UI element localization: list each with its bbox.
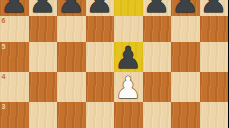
square-g7[interactable]: ♟ bbox=[171, 0, 200, 16]
square-f4[interactable] bbox=[143, 72, 172, 102]
black-pawn-icon[interactable]: ♟ bbox=[86, 0, 113, 16]
square-d3[interactable] bbox=[86, 102, 115, 128]
square-c7[interactable]: ♟ bbox=[57, 0, 86, 16]
square-a5[interactable]: 5 bbox=[0, 42, 29, 72]
square-e7[interactable] bbox=[114, 0, 143, 16]
square-g5[interactable] bbox=[171, 42, 200, 72]
square-f7[interactable]: ♟ bbox=[143, 0, 172, 16]
black-pawn-icon[interactable]: ♟ bbox=[115, 42, 142, 72]
square-b6[interactable] bbox=[29, 16, 58, 42]
square-f3[interactable] bbox=[143, 102, 172, 128]
square-b4[interactable] bbox=[29, 72, 58, 102]
square-h3[interactable] bbox=[200, 102, 229, 128]
rank-label-5: 5 bbox=[2, 43, 6, 50]
square-e3[interactable] bbox=[114, 102, 143, 128]
square-e4[interactable]: ♟ bbox=[114, 72, 143, 102]
square-c6[interactable] bbox=[57, 16, 86, 42]
square-b3[interactable] bbox=[29, 102, 58, 128]
square-d6[interactable] bbox=[86, 16, 115, 42]
square-c4[interactable] bbox=[57, 72, 86, 102]
square-d5[interactable] bbox=[86, 42, 115, 72]
square-f6[interactable] bbox=[143, 16, 172, 42]
square-h4[interactable] bbox=[200, 72, 229, 102]
rank-label-4: 4 bbox=[2, 73, 6, 80]
square-h6[interactable] bbox=[200, 16, 229, 42]
black-pawn-icon[interactable]: ♟ bbox=[58, 0, 85, 16]
black-pawn-icon[interactable]: ♟ bbox=[172, 0, 199, 16]
board-viewport: ♟♟♟♟♟♟♟65♟4♟3 bbox=[0, 0, 228, 128]
square-g3[interactable] bbox=[171, 102, 200, 128]
square-c3[interactable] bbox=[57, 102, 86, 128]
square-a7[interactable]: ♟ bbox=[0, 0, 29, 16]
square-a3[interactable]: 3 bbox=[0, 102, 29, 128]
black-pawn-icon[interactable]: ♟ bbox=[143, 0, 170, 16]
rank-label-3: 3 bbox=[2, 103, 6, 110]
square-h7[interactable]: ♟ bbox=[200, 0, 229, 16]
square-d7[interactable]: ♟ bbox=[86, 0, 115, 16]
square-b7[interactable]: ♟ bbox=[29, 0, 58, 16]
square-h5[interactable] bbox=[200, 42, 229, 72]
chess-board: ♟♟♟♟♟♟♟65♟4♟3 bbox=[0, 0, 228, 128]
square-g6[interactable] bbox=[171, 16, 200, 42]
square-e6[interactable] bbox=[114, 16, 143, 42]
rank-label-6: 6 bbox=[2, 17, 6, 24]
black-pawn-icon[interactable]: ♟ bbox=[1, 0, 28, 16]
square-g4[interactable] bbox=[171, 72, 200, 102]
square-a4[interactable]: 4 bbox=[0, 72, 29, 102]
black-pawn-icon[interactable]: ♟ bbox=[200, 0, 227, 16]
square-e5[interactable]: ♟ bbox=[114, 42, 143, 72]
square-b5[interactable] bbox=[29, 42, 58, 72]
white-pawn-icon[interactable]: ♟ bbox=[115, 72, 142, 102]
square-f5[interactable] bbox=[143, 42, 172, 72]
square-d4[interactable] bbox=[86, 72, 115, 102]
square-c5[interactable] bbox=[57, 42, 86, 72]
black-pawn-icon[interactable]: ♟ bbox=[29, 0, 56, 16]
square-a6[interactable]: 6 bbox=[0, 16, 29, 42]
